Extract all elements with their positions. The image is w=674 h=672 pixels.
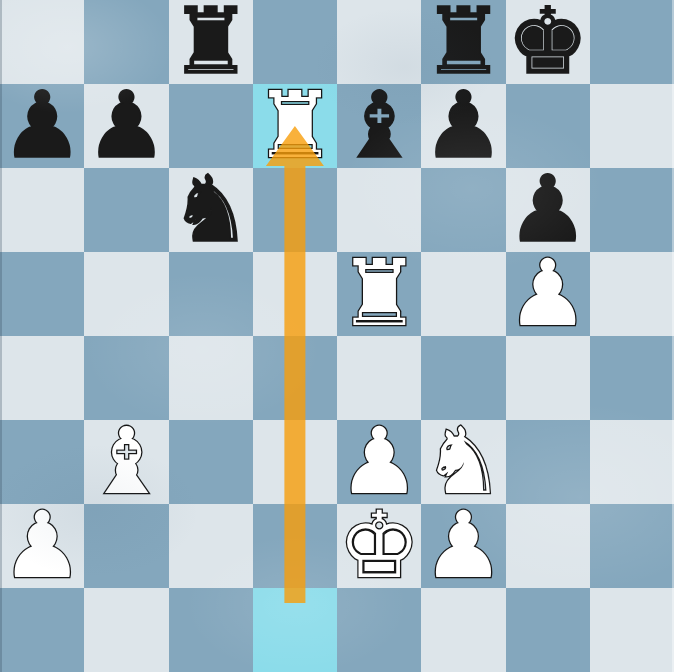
square-c3[interactable] bbox=[169, 420, 253, 504]
piece-black-pawn-a7[interactable]: ♟ bbox=[0, 84, 84, 168]
chess-board-container: ♜♜♚♟♟♜♝♟♞♟♜♟♝♟♞♟♚♟ bbox=[0, 0, 674, 672]
square-a5[interactable] bbox=[0, 252, 84, 336]
square-b3[interactable]: ♝ bbox=[84, 420, 168, 504]
square-f5[interactable] bbox=[421, 252, 505, 336]
square-h6[interactable] bbox=[590, 168, 674, 252]
square-a2[interactable]: ♟ bbox=[0, 504, 84, 588]
piece-white-bishop-b3[interactable]: ♝ bbox=[84, 420, 168, 504]
piece-white-king-e2[interactable]: ♚ bbox=[337, 504, 421, 588]
square-a4[interactable] bbox=[0, 336, 84, 420]
square-g1[interactable] bbox=[506, 588, 590, 672]
square-a1[interactable] bbox=[0, 588, 84, 672]
square-f1[interactable] bbox=[421, 588, 505, 672]
square-g2[interactable] bbox=[506, 504, 590, 588]
chess-board: ♜♜♚♟♟♜♝♟♞♟♜♟♝♟♞♟♚♟ bbox=[0, 0, 674, 672]
piece-white-rook-e5[interactable]: ♜ bbox=[337, 252, 421, 336]
square-h1[interactable] bbox=[590, 588, 674, 672]
square-h2[interactable] bbox=[590, 504, 674, 588]
square-c5[interactable] bbox=[169, 252, 253, 336]
square-h3[interactable] bbox=[590, 420, 674, 504]
piece-white-pawn-g5[interactable]: ♟ bbox=[506, 252, 590, 336]
square-e7[interactable]: ♝ bbox=[337, 84, 421, 168]
square-c6[interactable]: ♞ bbox=[169, 168, 253, 252]
square-d7[interactable]: ♜ bbox=[253, 84, 337, 168]
square-f7[interactable]: ♟ bbox=[421, 84, 505, 168]
square-f6[interactable] bbox=[421, 168, 505, 252]
square-c8[interactable]: ♜ bbox=[169, 0, 253, 84]
square-h8[interactable] bbox=[590, 0, 674, 84]
square-e1[interactable] bbox=[337, 588, 421, 672]
piece-black-bishop-e7[interactable]: ♝ bbox=[337, 84, 421, 168]
square-h4[interactable] bbox=[590, 336, 674, 420]
piece-black-pawn-b7[interactable]: ♟ bbox=[84, 84, 168, 168]
piece-white-pawn-f2[interactable]: ♟ bbox=[421, 504, 505, 588]
square-d5[interactable] bbox=[253, 252, 337, 336]
square-g3[interactable] bbox=[506, 420, 590, 504]
square-d6[interactable] bbox=[253, 168, 337, 252]
square-h7[interactable] bbox=[590, 84, 674, 168]
square-b1[interactable] bbox=[84, 588, 168, 672]
piece-black-rook-c8[interactable]: ♜ bbox=[169, 0, 253, 84]
square-c1[interactable] bbox=[169, 588, 253, 672]
square-g4[interactable] bbox=[506, 336, 590, 420]
square-c2[interactable] bbox=[169, 504, 253, 588]
square-d2[interactable] bbox=[253, 504, 337, 588]
piece-black-knight-c6[interactable]: ♞ bbox=[169, 168, 253, 252]
square-b7[interactable]: ♟ bbox=[84, 84, 168, 168]
square-d1[interactable] bbox=[253, 588, 337, 672]
square-e5[interactable]: ♜ bbox=[337, 252, 421, 336]
square-a7[interactable]: ♟ bbox=[0, 84, 84, 168]
piece-white-pawn-a2[interactable]: ♟ bbox=[0, 504, 84, 588]
piece-black-king-g8[interactable]: ♚ bbox=[506, 0, 590, 84]
square-h5[interactable] bbox=[590, 252, 674, 336]
square-e2[interactable]: ♚ bbox=[337, 504, 421, 588]
square-d3[interactable] bbox=[253, 420, 337, 504]
square-b5[interactable] bbox=[84, 252, 168, 336]
piece-black-pawn-f7[interactable]: ♟ bbox=[421, 84, 505, 168]
square-b2[interactable] bbox=[84, 504, 168, 588]
square-a6[interactable] bbox=[0, 168, 84, 252]
square-f2[interactable]: ♟ bbox=[421, 504, 505, 588]
piece-white-rook-d7[interactable]: ♜ bbox=[253, 84, 337, 168]
square-g5[interactable]: ♟ bbox=[506, 252, 590, 336]
square-b6[interactable] bbox=[84, 168, 168, 252]
square-g8[interactable]: ♚ bbox=[506, 0, 590, 84]
square-c4[interactable] bbox=[169, 336, 253, 420]
square-d4[interactable] bbox=[253, 336, 337, 420]
